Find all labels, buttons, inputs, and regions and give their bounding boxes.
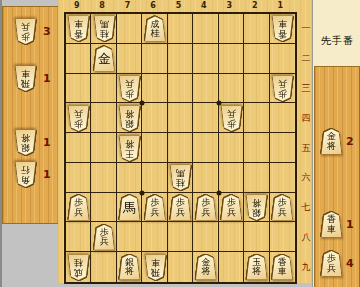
piece-gote-pawn[interactable]: 歩兵 [272, 76, 293, 101]
piece-sente-gold[interactable]: 金将 [321, 129, 342, 154]
board-cell[interactable] [270, 44, 295, 74]
piece-gote-pawn[interactable]: 歩兵 [15, 19, 36, 44]
gote-hand-tray: 歩兵3飛車1銀将1角行1 [2, 6, 64, 224]
piece-face: 銀将 [119, 106, 140, 131]
sente-hand-tray: 金将2香車1歩兵4 [314, 66, 360, 287]
piece-face: 香車 [68, 16, 89, 41]
piece-face: 金将 [195, 255, 216, 280]
hand-count: 1 [43, 136, 51, 149]
piece-face: 飛車 [15, 66, 36, 91]
piece-face: 角行 [15, 162, 36, 187]
piece-face: 歩兵 [119, 76, 140, 101]
file-label: 4 [191, 0, 216, 11]
board-cell[interactable] [193, 222, 218, 252]
board-cell[interactable] [193, 14, 218, 44]
board-cell[interactable] [244, 133, 269, 163]
hand-count: 2 [346, 135, 354, 148]
piece-gote-lance[interactable]: 香車 [272, 16, 293, 41]
piece-face: 歩兵 [15, 19, 36, 44]
file-label: 6 [140, 0, 165, 11]
board-panel: 987654321 香車桂馬成桂香車金歩兵歩兵歩兵銀将歩兵王将桂馬歩兵馬歩兵歩兵… [58, 0, 314, 283]
file-label: 1 [268, 0, 293, 11]
piece-sente-pawn[interactable]: 歩兵 [195, 195, 216, 220]
piece-sente-gold[interactable]: 金 [94, 46, 115, 71]
board-cell[interactable] [270, 222, 295, 252]
piece-gote-rook[interactable]: 飛車 [145, 255, 166, 280]
piece-face: 成桂 [145, 16, 166, 41]
file-label: 2 [242, 0, 267, 11]
board-cell[interactable] [142, 222, 167, 252]
file-labels: 987654321 [64, 0, 293, 11]
piece-face: 歩兵 [272, 195, 293, 220]
board-cell[interactable] [168, 74, 193, 104]
piece-gote-bishop[interactable]: 角行 [15, 162, 36, 187]
board-cell[interactable] [193, 103, 218, 133]
file-label: 7 [115, 0, 140, 11]
board-cell[interactable] [244, 74, 269, 104]
board-cell[interactable] [219, 44, 244, 74]
board-cell[interactable] [193, 44, 218, 74]
file-label: 3 [217, 0, 242, 11]
board-cell[interactable] [168, 103, 193, 133]
piece-gote-pawn[interactable]: 歩兵 [221, 106, 242, 131]
board-cell[interactable] [91, 163, 116, 193]
board-cell[interactable] [219, 252, 244, 282]
board-cell[interactable] [168, 44, 193, 74]
piece-face: 歩兵 [321, 251, 342, 276]
piece-face: 香車 [272, 255, 293, 280]
board-cell[interactable] [142, 133, 167, 163]
board-cell[interactable] [219, 133, 244, 163]
piece-gote-knight[interactable]: 桂馬 [170, 165, 191, 190]
board-cell[interactable] [244, 222, 269, 252]
piece-face: 成桂 [68, 255, 89, 280]
board-cell[interactable] [270, 133, 295, 163]
hand-count: 1 [346, 218, 354, 231]
piece-face: 歩兵 [221, 106, 242, 131]
board-cell[interactable] [66, 44, 91, 74]
board-cell[interactable] [142, 44, 167, 74]
board-cell[interactable] [91, 193, 116, 223]
piece-face: 銀将 [15, 130, 36, 155]
board-cell[interactable] [66, 222, 91, 252]
board-cell[interactable] [219, 222, 244, 252]
board-cell[interactable] [117, 44, 142, 74]
piece-sente-silver[interactable]: 銀将 [119, 255, 140, 280]
board-cell[interactable] [193, 163, 218, 193]
board-cell[interactable] [168, 14, 193, 44]
piece-sente-pawn[interactable]: 歩兵 [68, 195, 89, 220]
board-cell[interactable] [91, 252, 116, 282]
piece-face: 飛車 [145, 255, 166, 280]
piece-gote-silver[interactable]: 銀将 [246, 195, 267, 220]
board-cell[interactable] [66, 74, 91, 104]
piece-face: 金将 [321, 129, 342, 154]
board-cell[interactable] [142, 74, 167, 104]
board-cell[interactable] [117, 163, 142, 193]
piece-sente-pawn[interactable]: 歩兵 [145, 195, 166, 220]
file-label: 9 [64, 0, 89, 11]
board-cell[interactable] [270, 163, 295, 193]
board-cell[interactable] [168, 133, 193, 163]
piece-face: 歩兵 [145, 195, 166, 220]
board-cell[interactable] [219, 74, 244, 104]
piece-sente-king[interactable]: 玉将 [246, 255, 267, 280]
piece-gote-silver[interactable]: 銀将 [119, 106, 140, 131]
file-label: 5 [166, 0, 191, 11]
board-cell[interactable] [66, 133, 91, 163]
piece-face: 馬 [119, 195, 140, 220]
board-cell[interactable] [142, 163, 167, 193]
piece-sente-pawn[interactable]: 歩兵 [272, 195, 293, 220]
piece-face: 王将 [119, 136, 140, 161]
board-cell[interactable] [244, 163, 269, 193]
hand-count: 4 [346, 257, 354, 270]
board-cell[interactable] [244, 44, 269, 74]
piece-sente-gold[interactable]: 金将 [195, 255, 216, 280]
piece-sente-pawn[interactable]: 歩兵 [170, 195, 191, 220]
board-cell[interactable] [168, 252, 193, 282]
board-cell[interactable] [91, 74, 116, 104]
piece-gote-pawn[interactable]: 歩兵 [119, 76, 140, 101]
board-cell[interactable] [91, 133, 116, 163]
board-cell[interactable] [168, 222, 193, 252]
board-cell[interactable] [193, 74, 218, 104]
piece-sente-lance[interactable]: 香車 [321, 212, 342, 237]
board-cell[interactable] [117, 14, 142, 44]
piece-face: 香車 [272, 16, 293, 41]
piece-face: 歩兵 [272, 76, 293, 101]
piece-sente-lance[interactable]: 香車 [272, 255, 293, 280]
piece-face: 歩兵 [94, 225, 115, 250]
board-cell[interactable] [219, 163, 244, 193]
board-cell[interactable] [270, 103, 295, 133]
board-cell[interactable] [117, 222, 142, 252]
piece-face: 歩兵 [221, 195, 242, 220]
piece-face: 銀将 [246, 195, 267, 220]
piece-sente-promoted-knight[interactable]: 成桂 [145, 16, 166, 41]
hoshi-dot [140, 101, 145, 106]
piece-sente-pawn[interactable]: 歩兵 [94, 225, 115, 250]
board-cell[interactable] [142, 103, 167, 133]
piece-face: 金 [94, 46, 115, 71]
shogi-board[interactable]: 香車桂馬成桂香車金歩兵歩兵歩兵銀将歩兵王将桂馬歩兵馬歩兵歩兵歩兵歩兵銀将歩兵歩兵… [64, 12, 297, 284]
board-cell[interactable] [244, 103, 269, 133]
piece-gote-lance[interactable]: 香車 [68, 16, 89, 41]
piece-face: 香車 [321, 212, 342, 237]
piece-gote-knight[interactable]: 桂馬 [94, 16, 115, 41]
piece-face: 銀将 [119, 255, 140, 280]
piece-face: 歩兵 [170, 195, 191, 220]
piece-face: 歩兵 [195, 195, 216, 220]
hand-count: 1 [43, 168, 51, 181]
piece-sente-promoted-bishop[interactable]: 馬 [119, 195, 140, 220]
piece-gote-silver[interactable]: 銀将 [15, 130, 36, 155]
board-cell[interactable] [244, 14, 269, 44]
piece-sente-pawn[interactable]: 歩兵 [321, 251, 342, 276]
board-cell[interactable] [91, 103, 116, 133]
piece-gote-rook[interactable]: 飛車 [15, 66, 36, 91]
piece-face: 歩兵 [68, 106, 89, 131]
file-label: 8 [89, 0, 114, 11]
piece-sente-pawn[interactable]: 歩兵 [221, 195, 242, 220]
hand-count: 3 [43, 25, 51, 38]
turn-indicator: 先手番 [315, 34, 360, 48]
hand-count: 1 [43, 72, 51, 85]
piece-face: 桂馬 [170, 165, 191, 190]
piece-gote-promoted-knight[interactable]: 成桂 [68, 255, 89, 280]
piece-face: 歩兵 [68, 195, 89, 220]
board-cell[interactable] [193, 133, 218, 163]
piece-gote-king[interactable]: 王将 [119, 136, 140, 161]
piece-gote-pawn[interactable]: 歩兵 [68, 106, 89, 131]
piece-face: 桂馬 [94, 16, 115, 41]
board-cell[interactable] [66, 163, 91, 193]
piece-face: 玉将 [246, 255, 267, 280]
board-cell[interactable] [219, 14, 244, 44]
